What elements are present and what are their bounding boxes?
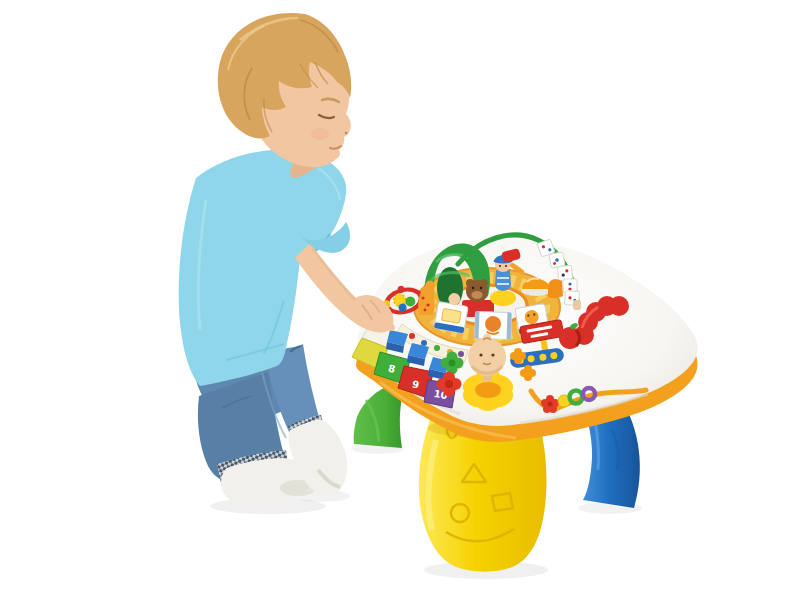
chair-seat <box>548 279 563 298</box>
train-car <box>475 311 512 339</box>
arch-anchor-peg <box>573 300 581 310</box>
cheek <box>311 128 329 140</box>
nostril <box>345 132 347 134</box>
photo-stage: 8 9 10 <box>0 0 800 600</box>
photo-canvas: 8 9 10 <box>0 0 800 600</box>
